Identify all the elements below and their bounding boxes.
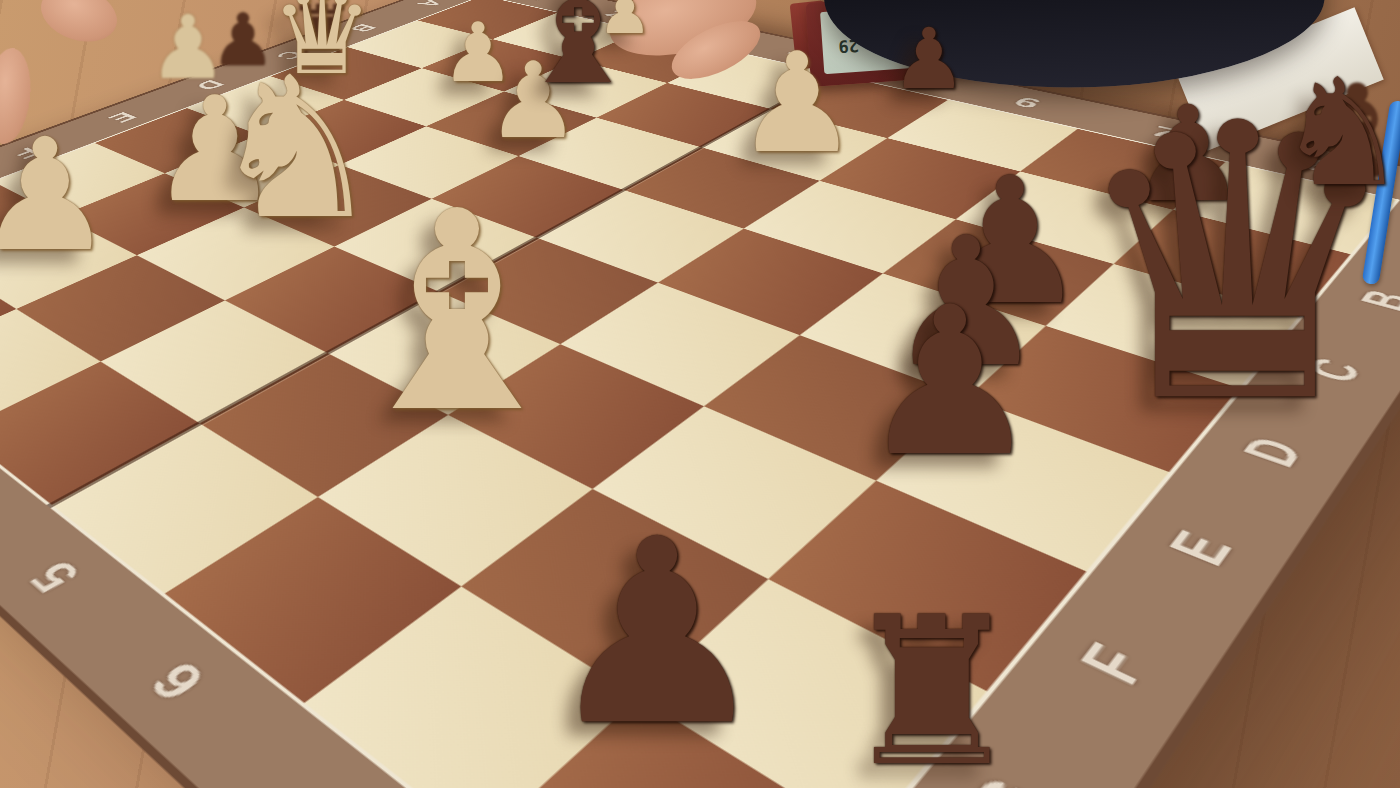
metal-bar <box>1131 0 1305 74</box>
clock-time: 0.03 <box>953 11 1045 57</box>
file-label-near-C: C <box>1279 343 1389 399</box>
file-label-near-A: A <box>1384 220 1400 261</box>
photo-stage: HH11GG22FF33EE44DD55CC66BB77AA88 0.03 29… <box>0 0 1400 788</box>
file-label-near-G: G <box>930 746 1086 788</box>
rank-label-left-4: 4 <box>0 460 6 525</box>
scoresheet-paper <box>1034 0 1176 65</box>
captured-white-bishop: ♝ <box>1222 0 1281 63</box>
file-label-near-F: F <box>1043 616 1184 715</box>
file-label-near-E: E <box>1136 509 1265 590</box>
file-label-near-D: D <box>1213 419 1331 486</box>
opponent-finger <box>0 46 35 146</box>
file-label-near-B: B <box>1335 277 1400 325</box>
rank-label-left-6: 6 <box>115 635 242 731</box>
rank-label-right-2: 2 <box>588 5 645 22</box>
rank-label-left-5: 5 <box>0 539 112 617</box>
opponent-finger <box>34 0 124 51</box>
mini-chessboard-print <box>1085 0 1199 64</box>
rank-label-right-3: 3 <box>672 23 732 42</box>
clock-icons: ▸ ⚑ <box>1005 1 1040 14</box>
chess-board: HH11GG22FF33EE44DD55CC66BB77AA88 <box>0 0 1400 788</box>
